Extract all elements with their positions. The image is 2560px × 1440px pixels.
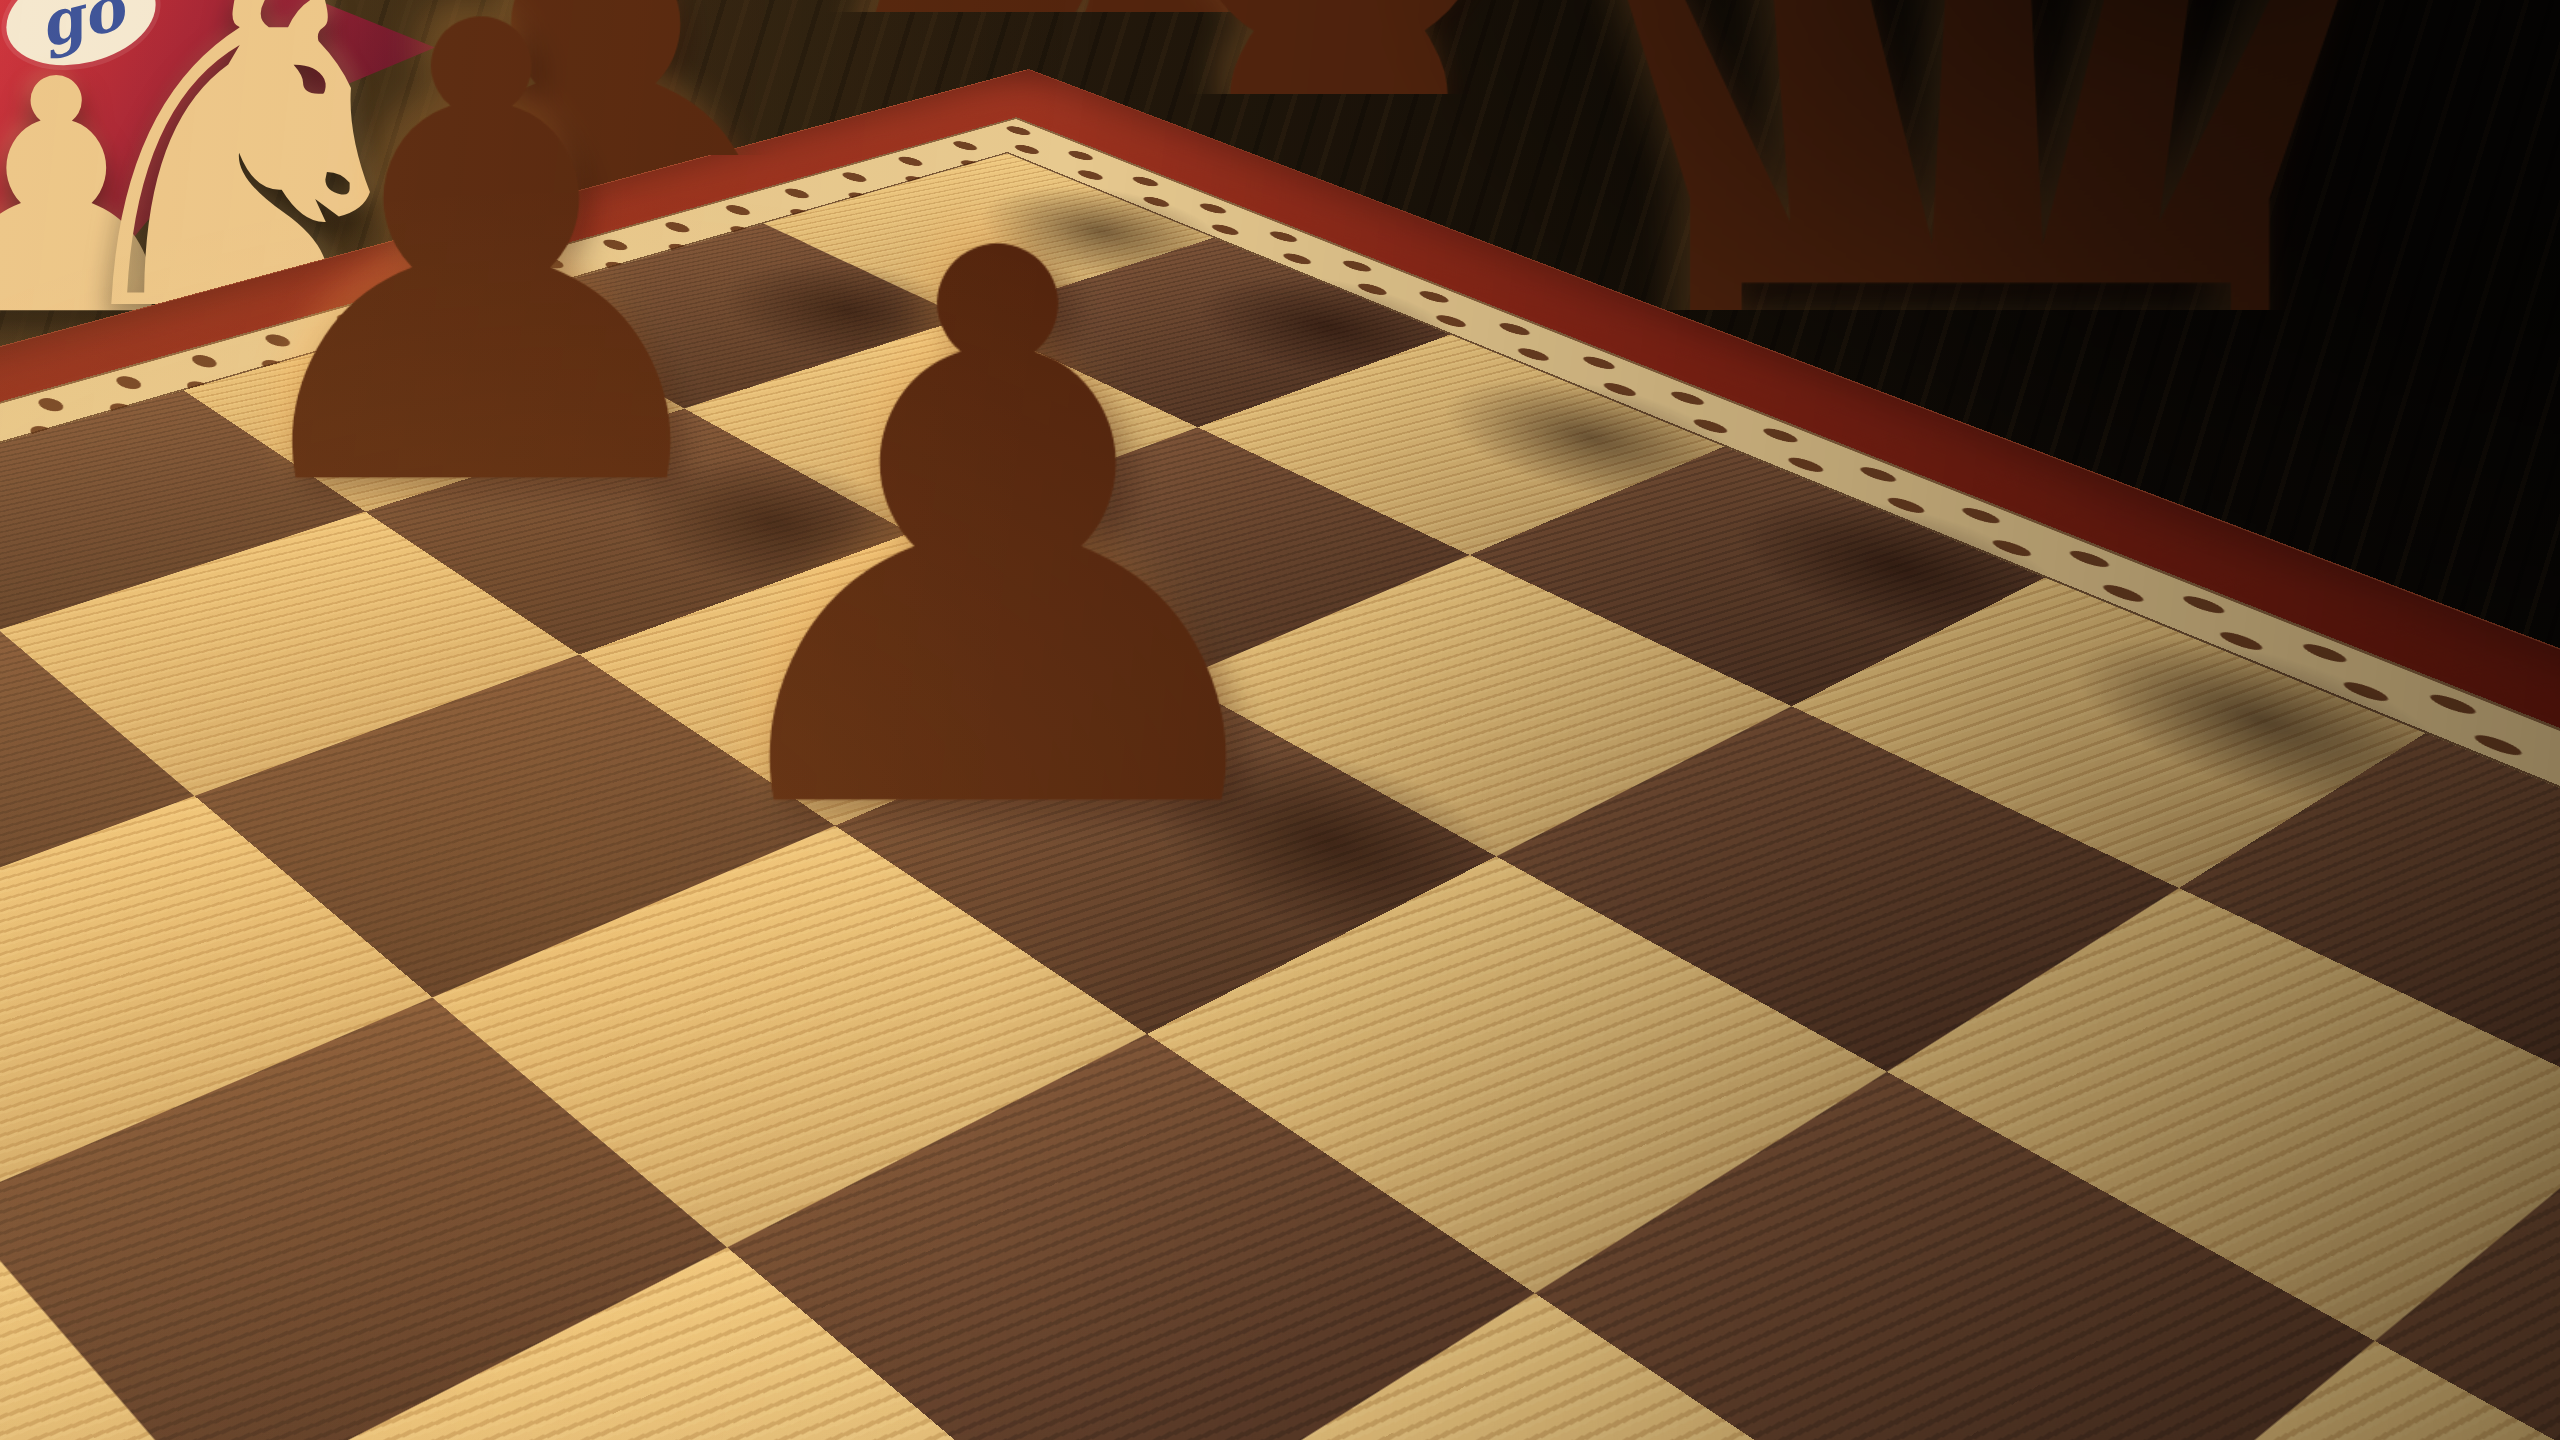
chess-board: ♜♞♝♚♛♟♟♟: [0, 0, 2560, 1440]
piece-black-queen-d1[interactable]: ♛: [1369, 0, 2560, 787]
border-ornament-strip: ♜♞♝♚♛♟♟♟: [0, 117, 2560, 1440]
piece-black-pawn-e3[interactable]: ♟: [657, 156, 1340, 917]
board-grid: ♜♞♝♚♛♟♟♟: [0, 152, 2560, 1440]
photo-scene: go ♟ ♞ ♜♞♝♚♛♟♟♟: [0, 0, 2560, 1440]
